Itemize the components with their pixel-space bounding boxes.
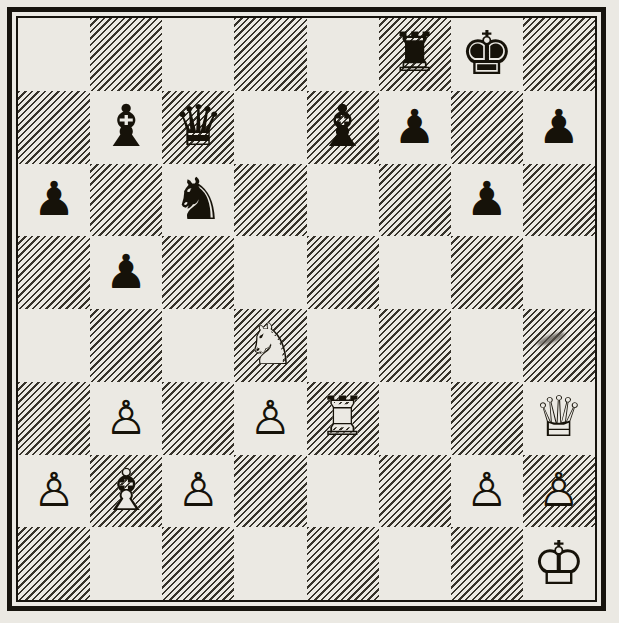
square-h8 bbox=[523, 18, 595, 91]
square-h5 bbox=[523, 236, 595, 309]
square-h6 bbox=[523, 164, 595, 237]
square-b4 bbox=[90, 309, 162, 382]
square-b8 bbox=[90, 18, 162, 91]
board-inner-frame: ♜♚♝♛♝♟♟♟♞♟♟♞♘♟♙♟♙♜♖♛♕♟♙♝♗♟♙♟♙♟♙♚♔ bbox=[16, 16, 597, 602]
piece-glyph: ♕ bbox=[534, 389, 584, 445]
black-pawn: ♟ bbox=[33, 175, 75, 222]
square-f3 bbox=[379, 382, 451, 455]
square-c4 bbox=[162, 309, 234, 382]
square-e4 bbox=[307, 309, 379, 382]
black-queen: ♛ bbox=[173, 98, 223, 154]
piece-glyph: ♞ bbox=[172, 170, 224, 228]
piece-glyph: ♙ bbox=[538, 466, 580, 513]
chess-diagram-page: ♜♚♝♛♝♟♟♟♞♟♟♞♘♟♙♟♙♜♖♛♕♟♙♝♗♟♙♟♙♟♙♚♔ bbox=[0, 0, 619, 623]
square-h4 bbox=[523, 309, 595, 382]
square-e3: ♜♖ bbox=[307, 382, 379, 455]
square-d2 bbox=[234, 455, 306, 528]
square-g6: ♟ bbox=[451, 164, 523, 237]
black-pawn: ♟ bbox=[105, 248, 147, 295]
black-bishop: ♝ bbox=[317, 97, 369, 155]
piece-glyph: ♙ bbox=[466, 466, 508, 513]
square-f8: ♜ bbox=[379, 18, 451, 91]
square-g5 bbox=[451, 236, 523, 309]
square-f4 bbox=[379, 309, 451, 382]
square-g3 bbox=[451, 382, 523, 455]
white-bishop: ♝♗ bbox=[100, 461, 152, 519]
square-e7: ♝ bbox=[307, 91, 379, 164]
square-f1 bbox=[379, 527, 451, 600]
piece-glyph: ♝ bbox=[100, 97, 152, 155]
chess-board: ♜♚♝♛♝♟♟♟♞♟♟♞♘♟♙♟♙♜♖♛♕♟♙♝♗♟♙♟♙♟♙♚♔ bbox=[18, 18, 595, 600]
white-rook: ♜♖ bbox=[318, 390, 366, 444]
square-d3: ♟♙ bbox=[234, 382, 306, 455]
black-king: ♚ bbox=[460, 23, 514, 83]
square-f2 bbox=[379, 455, 451, 528]
square-h1: ♚♔ bbox=[523, 527, 595, 600]
square-h7: ♟ bbox=[523, 91, 595, 164]
square-g7 bbox=[451, 91, 523, 164]
white-king: ♚♔ bbox=[532, 533, 586, 593]
piece-glyph: ♟ bbox=[394, 103, 436, 150]
piece-glyph: ♙ bbox=[105, 394, 147, 441]
piece-glyph: ♛ bbox=[173, 98, 223, 154]
square-e6 bbox=[307, 164, 379, 237]
square-d5 bbox=[234, 236, 306, 309]
board-outer-frame: ♜♚♝♛♝♟♟♟♞♟♟♞♘♟♙♟♙♜♖♛♕♟♙♝♗♟♙♟♙♟♙♚♔ bbox=[7, 7, 606, 611]
piece-glyph: ♟ bbox=[538, 103, 580, 150]
white-pawn: ♟♙ bbox=[33, 466, 75, 513]
ink-smudge bbox=[535, 330, 566, 348]
square-e2 bbox=[307, 455, 379, 528]
square-a5 bbox=[18, 236, 90, 309]
square-a3 bbox=[18, 382, 90, 455]
piece-glyph: ♘ bbox=[244, 315, 296, 373]
square-g4 bbox=[451, 309, 523, 382]
square-e1 bbox=[307, 527, 379, 600]
white-pawn: ♟♙ bbox=[538, 466, 580, 513]
square-c6: ♞ bbox=[162, 164, 234, 237]
piece-glyph: ♚ bbox=[460, 23, 514, 83]
white-knight: ♞♘ bbox=[244, 315, 296, 373]
square-c2: ♟♙ bbox=[162, 455, 234, 528]
square-e5 bbox=[307, 236, 379, 309]
square-a7 bbox=[18, 91, 90, 164]
piece-glyph: ♟ bbox=[466, 175, 508, 222]
white-pawn: ♟♙ bbox=[249, 394, 291, 441]
piece-glyph: ♙ bbox=[33, 466, 75, 513]
square-c1 bbox=[162, 527, 234, 600]
square-b5: ♟ bbox=[90, 236, 162, 309]
white-pawn: ♟♙ bbox=[105, 394, 147, 441]
square-h3: ♛♕ bbox=[523, 382, 595, 455]
white-pawn: ♟♙ bbox=[466, 466, 508, 513]
square-d8 bbox=[234, 18, 306, 91]
piece-glyph: ♙ bbox=[177, 466, 219, 513]
piece-glyph: ♖ bbox=[318, 390, 366, 444]
square-d6 bbox=[234, 164, 306, 237]
black-pawn: ♟ bbox=[466, 175, 508, 222]
square-b2: ♝♗ bbox=[90, 455, 162, 528]
square-f6 bbox=[379, 164, 451, 237]
black-pawn: ♟ bbox=[394, 103, 436, 150]
black-pawn: ♟ bbox=[538, 103, 580, 150]
square-b3: ♟♙ bbox=[90, 382, 162, 455]
square-a4 bbox=[18, 309, 90, 382]
square-a2: ♟♙ bbox=[18, 455, 90, 528]
square-h2: ♟♙ bbox=[523, 455, 595, 528]
square-c5 bbox=[162, 236, 234, 309]
piece-glyph: ♗ bbox=[100, 461, 152, 519]
piece-glyph: ♔ bbox=[532, 533, 586, 593]
piece-glyph: ♙ bbox=[249, 394, 291, 441]
square-c3 bbox=[162, 382, 234, 455]
square-b6 bbox=[90, 164, 162, 237]
square-b7: ♝ bbox=[90, 91, 162, 164]
piece-glyph: ♝ bbox=[317, 97, 369, 155]
square-a8 bbox=[18, 18, 90, 91]
square-a1 bbox=[18, 527, 90, 600]
square-a6: ♟ bbox=[18, 164, 90, 237]
black-bishop: ♝ bbox=[100, 97, 152, 155]
square-g8: ♚ bbox=[451, 18, 523, 91]
white-pawn: ♟♙ bbox=[177, 466, 219, 513]
square-f5 bbox=[379, 236, 451, 309]
square-c7: ♛ bbox=[162, 91, 234, 164]
square-f7: ♟ bbox=[379, 91, 451, 164]
black-rook: ♜ bbox=[390, 26, 438, 80]
square-g2: ♟♙ bbox=[451, 455, 523, 528]
square-b1 bbox=[90, 527, 162, 600]
square-d4: ♞♘ bbox=[234, 309, 306, 382]
square-c8 bbox=[162, 18, 234, 91]
black-knight: ♞ bbox=[172, 170, 224, 228]
white-queen: ♛♕ bbox=[534, 389, 584, 445]
square-d7 bbox=[234, 91, 306, 164]
square-e8 bbox=[307, 18, 379, 91]
piece-glyph: ♟ bbox=[33, 175, 75, 222]
square-g1 bbox=[451, 527, 523, 600]
piece-glyph: ♟ bbox=[105, 248, 147, 295]
piece-glyph: ♜ bbox=[390, 26, 438, 80]
square-d1 bbox=[234, 527, 306, 600]
